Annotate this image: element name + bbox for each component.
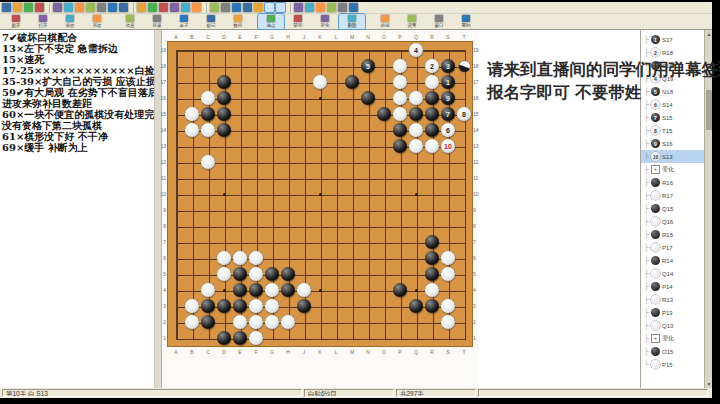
mark-icon[interactable]	[232, 3, 241, 12]
variation-icon	[321, 15, 329, 22]
capture-icon	[381, 15, 389, 22]
bottom-letterbox-bar	[0, 398, 720, 404]
screenshot-root: 新开打开保存另存信息目录走子标记数目选点研究变化删除捕捉设置窗口帮助 7✔破坏白…	[0, 0, 720, 404]
toolbar-separator	[133, 3, 134, 13]
tree-node-label: Q15	[662, 206, 673, 212]
cut-icon[interactable]	[75, 3, 84, 12]
white-stone-P17[interactable]	[393, 75, 407, 89]
tree-node-label: O15	[662, 349, 673, 355]
banner-line-1: 请来到直播间的同学们用弹幕签到	[487, 58, 720, 81]
white-stone-node-icon: 8	[651, 126, 660, 135]
new-icon[interactable]	[2, 3, 11, 12]
count-icon	[234, 15, 242, 22]
tree-node-label: R15	[662, 232, 673, 238]
pass-icon[interactable]	[305, 3, 314, 12]
white-stone-node-icon	[651, 243, 660, 252]
white-stone-F6[interactable]	[249, 251, 263, 265]
window-icon	[435, 15, 443, 22]
toolbar-button-new-game[interactable]: 新开	[3, 14, 29, 29]
commentary-line: 61×棋形没下好 不干净	[2, 131, 154, 142]
toolbar-button-label: 信息	[126, 23, 135, 28]
black-stone-node-icon: 9	[651, 139, 660, 148]
tree-connector: ├	[644, 296, 651, 303]
white-stone-B14[interactable]	[185, 123, 199, 137]
tree-node-label: P15	[662, 362, 673, 368]
black-stone-N18[interactable]: 5	[361, 59, 375, 73]
white-stone-R4[interactable]	[425, 283, 439, 297]
black-stone-node-icon	[651, 204, 660, 213]
letter-icon[interactable]	[243, 3, 252, 12]
setup-icon[interactable]	[294, 3, 303, 12]
tree-node-label: 变化	[662, 334, 674, 343]
white-stone-node-icon	[651, 360, 660, 369]
paste-icon[interactable]	[97, 3, 106, 12]
toolbar-button-play-stone[interactable]: 走子	[171, 14, 197, 29]
toolbar-button-label: 数目	[234, 23, 243, 28]
tree-node-label: S17	[662, 37, 673, 43]
pause-icon[interactable]	[192, 3, 201, 12]
settings-icon	[408, 15, 416, 22]
toolbar-button-label: 设置	[408, 23, 417, 28]
black-stone-D3[interactable]	[217, 299, 231, 313]
tree-node-row[interactable]: ├R15	[641, 228, 704, 241]
tree-node-label: R17	[662, 193, 673, 199]
tree-expand-icon: +	[651, 165, 660, 174]
toolbar-separator	[206, 3, 207, 13]
tree-node-label: R13	[662, 297, 673, 303]
white-stone-node-icon: 2	[651, 48, 660, 57]
white-stone-P15[interactable]	[393, 107, 407, 121]
black-stone-D16[interactable]	[217, 91, 231, 105]
count-icon[interactable]	[276, 3, 285, 12]
white-stone-node-icon	[651, 321, 660, 330]
toolbar-separator	[290, 3, 291, 13]
black-stone-M17[interactable]	[345, 75, 359, 89]
toolbar-button-pick-point[interactable]: 选点	[258, 14, 284, 29]
commentary-line: 15×速死	[2, 54, 154, 65]
redo-icon[interactable]	[119, 3, 128, 12]
tree-node-row-move-9[interactable]: ├9S16	[641, 137, 704, 150]
white-stone-G3[interactable]	[265, 299, 279, 313]
black-stone-S16[interactable]: 9	[441, 91, 455, 105]
black-stone-C15[interactable]	[201, 107, 215, 121]
black-stone-D15[interactable]	[217, 107, 231, 121]
commentary-line: 没有资格下第二块孤棋	[2, 120, 154, 131]
tree-icon[interactable]	[221, 3, 230, 12]
white-stone-T15[interactable]: 8	[457, 107, 471, 121]
toolbar-button-label: 帮助	[462, 23, 471, 28]
tree-node-row[interactable]: ├R16	[641, 176, 704, 189]
tree-node-row[interactable]: ├P14	[641, 280, 704, 293]
black-stone-P14[interactable]	[393, 123, 407, 137]
tree-connector: ├	[644, 153, 651, 160]
white-stone-R13[interactable]	[425, 139, 439, 153]
toolbar-button-label: 另存	[93, 23, 102, 28]
info-icon[interactable]	[64, 3, 73, 12]
black-stone-D17[interactable]	[217, 75, 231, 89]
black-stone-R5[interactable]	[425, 267, 439, 281]
save-icon[interactable]	[24, 3, 33, 12]
commentary-line: 7✔破坏白棋配合	[2, 32, 154, 43]
color-icon[interactable]	[316, 3, 325, 12]
tree-node-label: Q16	[662, 219, 673, 225]
star-point	[319, 193, 322, 196]
white-stone-node-icon	[651, 191, 660, 200]
stream-banner: 请来到直播间的同学们用弹幕签到 报名字即可 不要带姓	[487, 58, 720, 104]
tree-node-row[interactable]: ├Q14	[641, 267, 704, 280]
black-stone-R15[interactable]	[425, 107, 439, 121]
black-stone-R16[interactable]	[425, 91, 439, 105]
copy-icon[interactable]	[86, 3, 95, 12]
white-stone-Q14[interactable]	[409, 123, 423, 137]
tree-node-label: Q13	[662, 323, 673, 329]
white-stone-R18[interactable]: 2	[425, 59, 439, 73]
toolbar-button-save-as[interactable]: 另存	[84, 14, 110, 29]
white-stone-E6[interactable]	[233, 251, 247, 265]
print-icon[interactable]	[53, 3, 62, 12]
toolbar-button-settings[interactable]: 设置	[399, 14, 425, 29]
tree-node-label: R18	[662, 50, 673, 56]
white-stone-S2[interactable]	[441, 315, 455, 329]
star-point	[319, 97, 322, 100]
star-point	[415, 193, 418, 196]
black-stone-R7[interactable]	[425, 235, 439, 249]
tree-connector: ├	[644, 140, 651, 147]
toolbar-row-buttons: 新开打开保存另存信息目录走子标记数目选点研究变化删除捕捉设置窗口帮助	[0, 14, 712, 30]
black-stone-P13[interactable]	[393, 139, 407, 153]
white-stone-B3[interactable]	[185, 299, 199, 313]
next-move-icon[interactable]	[159, 3, 168, 12]
tree-node-label: S13	[662, 154, 673, 160]
black-stone-node-icon	[651, 178, 660, 187]
tree-connector: ├	[644, 192, 651, 199]
grid-icon[interactable]	[327, 3, 336, 12]
white-stone-R17[interactable]	[425, 75, 439, 89]
white-stone-B2[interactable]	[185, 315, 199, 329]
commentary-line: 35-39×扩大自己的亏损 应该止损	[2, 76, 154, 87]
white-stone-B15[interactable]	[185, 107, 199, 121]
commentary-line: 17-25××××××××××××白捡	[2, 65, 154, 76]
tree-node-row[interactable]: ├P13	[641, 306, 704, 319]
toolbar-row-icons	[0, 2, 712, 14]
white-stone-S13[interactable]: 10	[441, 139, 455, 153]
panel-splitter[interactable]	[155, 30, 162, 388]
star-point	[223, 193, 226, 196]
toolbar-button-count[interactable]: 数目	[225, 14, 251, 29]
save-all-icon[interactable]	[35, 3, 44, 12]
mark-icon	[207, 15, 215, 22]
tree-node-row[interactable]: ├P17	[641, 241, 704, 254]
tree-node-row[interactable]: ├Q13	[641, 319, 704, 332]
toolbar-button-study[interactable]: 研究	[285, 14, 311, 29]
tree-node-row[interactable]: ├+变化	[641, 163, 704, 176]
status-bar: 第10手 白 S13白贴6½目共297手	[0, 388, 712, 398]
undo-icon[interactable]	[108, 3, 117, 12]
commentary-line: 13×左下不安定 急需拆边	[2, 43, 154, 54]
pick-point-icon	[267, 15, 275, 22]
black-stone-D14[interactable]	[217, 123, 231, 137]
tree-node-label: 变化	[662, 165, 674, 174]
white-stone-node-icon: 10	[651, 152, 660, 161]
toolbar-button-capture[interactable]: 捕捉	[372, 14, 398, 29]
black-stone-E1[interactable]	[233, 331, 247, 345]
play-stone-icon	[180, 15, 188, 22]
study-icon	[294, 15, 302, 22]
black-stone-S17[interactable]: 1	[441, 75, 455, 89]
toolbar-button-delete[interactable]: 删除	[339, 14, 365, 29]
star-point	[319, 289, 322, 292]
catalog-icon	[153, 15, 161, 22]
delete-icon	[348, 15, 356, 22]
tree-connector: ├	[644, 49, 651, 56]
tree-node-label: R14	[662, 258, 673, 264]
white-stone-S5[interactable]	[441, 267, 455, 281]
white-stone-C12[interactable]	[201, 155, 215, 169]
black-stone-J3[interactable]	[297, 299, 311, 313]
toolbar-button-help[interactable]: 帮助	[453, 14, 479, 29]
commentary-panel: 7✔破坏白棋配合13×左下不安定 急需拆边15×速死17-25×××××××××…	[0, 30, 155, 388]
toolbar-button-window[interactable]: 窗口	[426, 14, 452, 29]
white-stone-F1[interactable]	[249, 331, 263, 345]
white-stone-node-icon	[651, 217, 660, 226]
black-stone-R14[interactable]	[425, 123, 439, 137]
tree-node-row[interactable]: ├Q16	[641, 215, 704, 228]
black-stone-R3[interactable]	[425, 299, 439, 313]
toolbar-button-label: 捕捉	[381, 23, 390, 28]
toolbar-button-variation[interactable]: 变化	[312, 14, 338, 29]
commentary-line: 69×缓手 补断为上	[2, 142, 154, 153]
tree-node-row[interactable]: ├+变化	[641, 332, 704, 345]
tree-node-label: S15	[662, 115, 673, 121]
white-stone-C16[interactable]	[201, 91, 215, 105]
tree-connector: ├	[644, 231, 651, 238]
first-move-icon[interactable]	[137, 3, 146, 12]
tree-node-label: R16	[662, 180, 673, 186]
tree-connector: ├	[644, 114, 651, 121]
tree-connector: ├	[644, 322, 651, 329]
white-stone-G4[interactable]	[265, 283, 279, 297]
tree-node-row[interactable]: ├R14	[641, 254, 704, 267]
play-icon[interactable]	[181, 3, 190, 12]
toolbar-button-mark[interactable]: 标记	[198, 14, 224, 29]
tree-node-label: P14	[662, 284, 673, 290]
tree-node-row-move-7[interactable]: ├7S15	[641, 111, 704, 124]
black-stone-Q3[interactable]	[409, 299, 423, 313]
about-icon[interactable]	[349, 3, 358, 12]
black-stone-F4[interactable]	[249, 283, 263, 297]
white-stone-F3[interactable]	[249, 299, 263, 313]
toolbar-button-catalog[interactable]: 目录	[144, 14, 170, 29]
black-stone-O15[interactable]	[377, 107, 391, 121]
tree-connector: ├	[644, 283, 651, 290]
info-icon	[126, 15, 134, 22]
black-stone-E5[interactable]	[233, 267, 247, 281]
toolbar-button-info[interactable]: 信息	[117, 14, 143, 29]
toolbar-button-label: 标记	[207, 23, 216, 28]
black-stone-node-icon	[651, 282, 660, 291]
number-icon[interactable]	[254, 3, 263, 12]
black-stone-D1[interactable]	[217, 331, 231, 345]
new-game-icon	[12, 15, 20, 22]
white-stone-C4[interactable]	[201, 283, 215, 297]
tree-node-row-move-1[interactable]: ├1S17	[641, 33, 704, 46]
board-icon[interactable]	[210, 3, 219, 12]
tree-connector: ├	[644, 218, 651, 225]
tree-connector: ├	[644, 309, 651, 316]
tree-connector: ├	[644, 257, 651, 264]
white-stone-J4[interactable]	[297, 283, 311, 297]
toolbar-button-label: 删除	[348, 23, 357, 28]
white-stone-G2[interactable]	[265, 315, 279, 329]
white-stone-node-icon	[651, 295, 660, 304]
black-stone-node-icon	[651, 256, 660, 265]
black-stone-H4[interactable]	[281, 283, 295, 297]
white-stone-E2[interactable]	[233, 315, 247, 329]
go-board[interactable]: 45231978610	[168, 42, 472, 346]
zoom-icon[interactable]	[265, 3, 274, 12]
open-file-icon	[39, 15, 47, 22]
status-segment: 共297手	[396, 389, 476, 397]
tree-node-row[interactable]: └P15	[641, 358, 704, 371]
toolbar-button-label: 目录	[153, 23, 162, 28]
commentary-line: 进攻来弥补目数差距	[2, 98, 154, 109]
black-stone-E3[interactable]	[233, 299, 247, 313]
white-stone-D6[interactable]	[217, 251, 231, 265]
toolbar-button-label: 变化	[321, 23, 330, 28]
help-icon[interactable]	[338, 3, 347, 12]
star-point	[223, 289, 226, 292]
commentary-line: 60×一块不便宜的孤棋没有处理完,	[2, 109, 154, 120]
black-stone-C2[interactable]	[201, 315, 215, 329]
star-point	[415, 289, 418, 292]
black-stone-C3[interactable]	[201, 299, 215, 313]
toolbar-button-open-file[interactable]: 打开	[30, 14, 56, 29]
black-stone-node-icon: 7	[651, 113, 660, 122]
toolbar-button-label: 窗口	[435, 23, 444, 28]
half-ball-marker-T18	[459, 61, 470, 72]
tree-connector: ├	[644, 348, 651, 355]
tree-node-label: P13	[662, 310, 673, 316]
tree-node-label: P17	[662, 245, 673, 251]
tree-connector: └	[644, 361, 651, 368]
tree-node-label: S16	[662, 141, 673, 147]
white-stone-Q16[interactable]	[409, 91, 423, 105]
black-stone-Q15[interactable]	[409, 107, 423, 121]
tree-connector: ├	[644, 127, 651, 134]
status-segment	[478, 389, 708, 397]
white-stone-F2[interactable]	[249, 315, 263, 329]
tree-connector: ├	[644, 179, 651, 186]
tree-node-row-move-10[interactable]: ├10S13	[641, 150, 704, 163]
black-stone-node-icon	[651, 347, 660, 356]
tree-node-label: T15	[662, 128, 672, 134]
tree-connector: ├	[644, 36, 651, 43]
tree-connector: ├	[644, 166, 651, 173]
black-stone-G5[interactable]	[265, 267, 279, 281]
black-stone-N16[interactable]	[361, 91, 375, 105]
tree-node-row[interactable]: ├R17	[641, 189, 704, 202]
tree-connector: ├	[644, 335, 651, 342]
last-move-icon[interactable]	[170, 3, 179, 12]
toolbar-button-label: 打开	[39, 23, 48, 28]
white-stone-S14[interactable]: 6	[441, 123, 455, 137]
toolbar-button-label: 新开	[12, 23, 21, 28]
help-icon	[462, 15, 470, 22]
open-icon[interactable]	[13, 3, 22, 12]
white-stone-K17[interactable]	[313, 75, 327, 89]
black-stone-node-icon	[651, 230, 660, 239]
banner-line-2: 报名字即可 不要带姓	[487, 81, 720, 104]
black-stone-S18[interactable]: 3	[441, 59, 455, 73]
black-stone-S15[interactable]: 7	[441, 107, 455, 121]
white-stone-P18[interactable]	[393, 59, 407, 73]
tree-node-row[interactable]: ├Q15	[641, 202, 704, 215]
tree-node-row[interactable]: ├R13	[641, 293, 704, 306]
black-stone-R6[interactable]	[425, 251, 439, 265]
tree-connector: ├	[644, 270, 651, 277]
white-stone-H2[interactable]	[281, 315, 295, 329]
tree-expand-icon: +	[651, 334, 660, 343]
toolbar-button-label: 选点	[267, 23, 276, 28]
prev-move-icon[interactable]	[148, 3, 157, 12]
black-stone-P4[interactable]	[393, 283, 407, 297]
white-stone-F5[interactable]	[249, 267, 263, 281]
black-stone-H5[interactable]	[281, 267, 295, 281]
black-stone-node-icon: 1	[651, 35, 660, 44]
black-stone-E4[interactable]	[233, 283, 247, 297]
toolbar-separator	[49, 3, 50, 13]
tree-node-label: Q14	[662, 271, 673, 277]
toolbar-button-label: 走子	[180, 23, 189, 28]
tree-node-row[interactable]: ├O15	[641, 345, 704, 358]
white-stone-node-icon	[651, 269, 660, 278]
toolbar-button-label: 研究	[294, 23, 303, 28]
status-segment: 第10手 白 S13	[2, 389, 302, 397]
tree-node-row-move-8[interactable]: ├8T15	[641, 124, 704, 137]
black-stone-node-icon	[651, 308, 660, 317]
tree-connector: ├	[644, 205, 651, 212]
commentary-line: 59✔有大局观 在劣势下不盲目落后手	[2, 87, 154, 98]
toolbar-button-label: 保存	[66, 23, 75, 28]
white-stone-D5[interactable]	[217, 267, 231, 281]
white-stone-P16[interactable]	[393, 91, 407, 105]
status-segment: 白贴6½目	[304, 389, 394, 397]
save-file-icon	[66, 15, 74, 22]
white-stone-Q19[interactable]: 4	[409, 43, 423, 57]
tree-connector: ├	[644, 244, 651, 251]
white-stone-C14[interactable]	[201, 123, 215, 137]
white-stone-Q13[interactable]	[409, 139, 423, 153]
white-stone-S3[interactable]	[441, 299, 455, 313]
white-stone-S6[interactable]	[441, 251, 455, 265]
save-as-icon	[93, 15, 101, 22]
toolbar-button-save-file[interactable]: 保存	[57, 14, 83, 29]
